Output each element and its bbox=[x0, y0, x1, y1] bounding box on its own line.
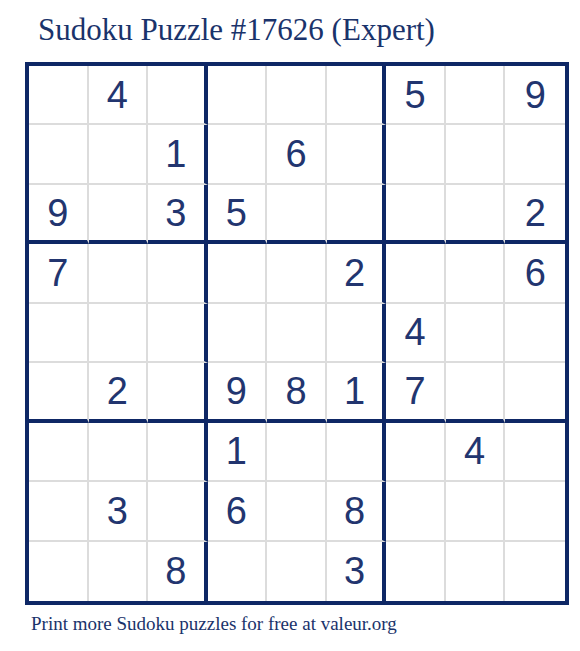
sudoku-cell-r1c9[interactable]: 9 bbox=[505, 66, 565, 125]
sudoku-cell-r3c6[interactable] bbox=[327, 185, 387, 244]
sudoku-cell-r5c2[interactable] bbox=[89, 304, 149, 363]
sudoku-cell-r8c2[interactable]: 3 bbox=[89, 482, 149, 541]
sudoku-cell-r7c2[interactable] bbox=[89, 423, 149, 482]
sudoku-cell-r7c3[interactable] bbox=[148, 423, 208, 482]
sudoku-cell-r5c8[interactable] bbox=[446, 304, 506, 363]
sudoku-cell-r8c9[interactable] bbox=[505, 482, 565, 541]
sudoku-cell-r7c7[interactable] bbox=[386, 423, 446, 482]
sudoku-cell-r7c9[interactable] bbox=[505, 423, 565, 482]
sudoku-cell-r2c7[interactable] bbox=[386, 125, 446, 184]
sudoku-cell-r9c2[interactable] bbox=[89, 542, 149, 601]
sudoku-cell-r2c1[interactable] bbox=[29, 125, 89, 184]
sudoku-cell-r4c3[interactable] bbox=[148, 244, 208, 303]
sudoku-cell-r9c3[interactable]: 8 bbox=[148, 542, 208, 601]
sudoku-cell-r2c8[interactable] bbox=[446, 125, 506, 184]
sudoku-cell-r3c4[interactable]: 5 bbox=[208, 185, 268, 244]
page: Sudoku Puzzle #17626 (Expert) 4591693527… bbox=[0, 0, 580, 651]
sudoku-cell-r6c5[interactable]: 8 bbox=[267, 363, 327, 422]
sudoku-cell-r8c5[interactable] bbox=[267, 482, 327, 541]
footer-note: Print more Sudoku puzzles for free at va… bbox=[31, 613, 397, 635]
sudoku-cell-r4c8[interactable] bbox=[446, 244, 506, 303]
sudoku-cell-r5c7[interactable]: 4 bbox=[386, 304, 446, 363]
sudoku-cell-r6c4[interactable]: 9 bbox=[208, 363, 268, 422]
sudoku-cell-r8c6[interactable]: 8 bbox=[327, 482, 387, 541]
sudoku-cell-r1c7[interactable]: 5 bbox=[386, 66, 446, 125]
sudoku-cell-r8c1[interactable] bbox=[29, 482, 89, 541]
sudoku-cell-r4c5[interactable] bbox=[267, 244, 327, 303]
sudoku-cell-r1c3[interactable] bbox=[148, 66, 208, 125]
sudoku-cell-r9c1[interactable] bbox=[29, 542, 89, 601]
sudoku-cell-r7c5[interactable] bbox=[267, 423, 327, 482]
sudoku-cell-r7c4[interactable]: 1 bbox=[208, 423, 268, 482]
sudoku-cell-r1c1[interactable] bbox=[29, 66, 89, 125]
sudoku-cell-r2c9[interactable] bbox=[505, 125, 565, 184]
sudoku-cell-r3c1[interactable]: 9 bbox=[29, 185, 89, 244]
sudoku-cell-r9c8[interactable] bbox=[446, 542, 506, 601]
sudoku-cell-r1c4[interactable] bbox=[208, 66, 268, 125]
sudoku-cell-r3c3[interactable]: 3 bbox=[148, 185, 208, 244]
sudoku-cell-r2c4[interactable] bbox=[208, 125, 268, 184]
sudoku-cell-r7c8[interactable]: 4 bbox=[446, 423, 506, 482]
sudoku-cell-r3c7[interactable] bbox=[386, 185, 446, 244]
sudoku-cell-r8c7[interactable] bbox=[386, 482, 446, 541]
sudoku-cell-r6c2[interactable]: 2 bbox=[89, 363, 149, 422]
sudoku-cell-r6c9[interactable] bbox=[505, 363, 565, 422]
sudoku-cell-r2c6[interactable] bbox=[327, 125, 387, 184]
sudoku-cell-r7c6[interactable] bbox=[327, 423, 387, 482]
sudoku-cell-r5c6[interactable] bbox=[327, 304, 387, 363]
sudoku-cell-r6c8[interactable] bbox=[446, 363, 506, 422]
sudoku-cell-r6c7[interactable]: 7 bbox=[386, 363, 446, 422]
sudoku-cell-r8c3[interactable] bbox=[148, 482, 208, 541]
sudoku-cell-r4c6[interactable]: 2 bbox=[327, 244, 387, 303]
page-title: Sudoku Puzzle #17626 (Expert) bbox=[38, 12, 435, 48]
sudoku-cell-r3c8[interactable] bbox=[446, 185, 506, 244]
sudoku-cell-r6c6[interactable]: 1 bbox=[327, 363, 387, 422]
sudoku-cell-r4c4[interactable] bbox=[208, 244, 268, 303]
sudoku-cell-r4c2[interactable] bbox=[89, 244, 149, 303]
sudoku-cell-r8c4[interactable]: 6 bbox=[208, 482, 268, 541]
sudoku-cell-r5c4[interactable] bbox=[208, 304, 268, 363]
sudoku-cell-r5c9[interactable] bbox=[505, 304, 565, 363]
sudoku-cell-r2c2[interactable] bbox=[89, 125, 149, 184]
sudoku-cell-r9c4[interactable] bbox=[208, 542, 268, 601]
sudoku-cell-r8c8[interactable] bbox=[446, 482, 506, 541]
sudoku-cell-r4c1[interactable]: 7 bbox=[29, 244, 89, 303]
sudoku-cell-r9c5[interactable] bbox=[267, 542, 327, 601]
sudoku-cell-r9c7[interactable] bbox=[386, 542, 446, 601]
sudoku-cell-r3c9[interactable]: 2 bbox=[505, 185, 565, 244]
sudoku-cell-r6c3[interactable] bbox=[148, 363, 208, 422]
sudoku-cell-r1c8[interactable] bbox=[446, 66, 506, 125]
sudoku-cell-r4c9[interactable]: 6 bbox=[505, 244, 565, 303]
sudoku-cell-r1c2[interactable]: 4 bbox=[89, 66, 149, 125]
sudoku-cell-r5c5[interactable] bbox=[267, 304, 327, 363]
sudoku-cell-r9c6[interactable]: 3 bbox=[327, 542, 387, 601]
sudoku-board: 4591693527264298171436883 bbox=[25, 62, 569, 605]
sudoku-cell-r1c6[interactable] bbox=[327, 66, 387, 125]
sudoku-cell-r3c5[interactable] bbox=[267, 185, 327, 244]
sudoku-cell-r7c1[interactable] bbox=[29, 423, 89, 482]
sudoku-cell-r6c1[interactable] bbox=[29, 363, 89, 422]
sudoku-cell-r4c7[interactable] bbox=[386, 244, 446, 303]
sudoku-cell-r2c3[interactable]: 1 bbox=[148, 125, 208, 184]
sudoku-cell-r5c3[interactable] bbox=[148, 304, 208, 363]
sudoku-cell-r5c1[interactable] bbox=[29, 304, 89, 363]
sudoku-cell-r2c5[interactable]: 6 bbox=[267, 125, 327, 184]
sudoku-cell-r1c5[interactable] bbox=[267, 66, 327, 125]
sudoku-cell-r9c9[interactable] bbox=[505, 542, 565, 601]
sudoku-cell-r3c2[interactable] bbox=[89, 185, 149, 244]
